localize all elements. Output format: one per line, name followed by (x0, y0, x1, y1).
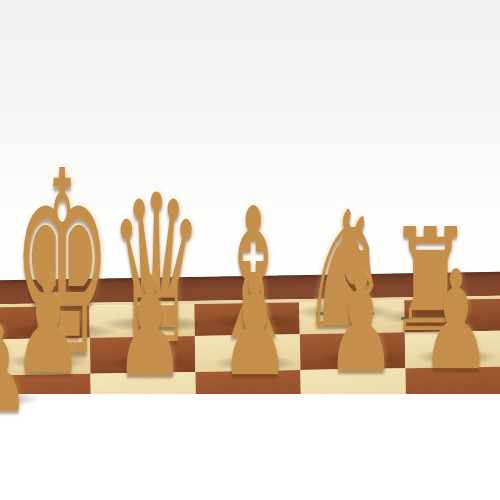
pawn-glyph: ♟ (411, 253, 500, 390)
piece-pawn-4[interactable]: ♟ (316, 313, 406, 391)
piece-pawn-2[interactable]: ♟ (105, 317, 195, 395)
pawn-glyph: ♟ (105, 259, 195, 396)
pawn-glyph: ♟ (210, 259, 300, 396)
photo-scene: ♚ ♛ ♝ ♞ ♜ ♟ ♟ ♟ ♟ ♟ (0, 0, 500, 500)
pawn-glyph: ♟ (0, 310, 43, 429)
piece-pawn-3[interactable]: ♟ (210, 317, 300, 395)
pawn-glyph: ♟ (316, 255, 406, 392)
piece-pawn-5[interactable]: ♟ (411, 311, 500, 389)
piece-pawn-partial[interactable]: ♟ (0, 359, 43, 429)
